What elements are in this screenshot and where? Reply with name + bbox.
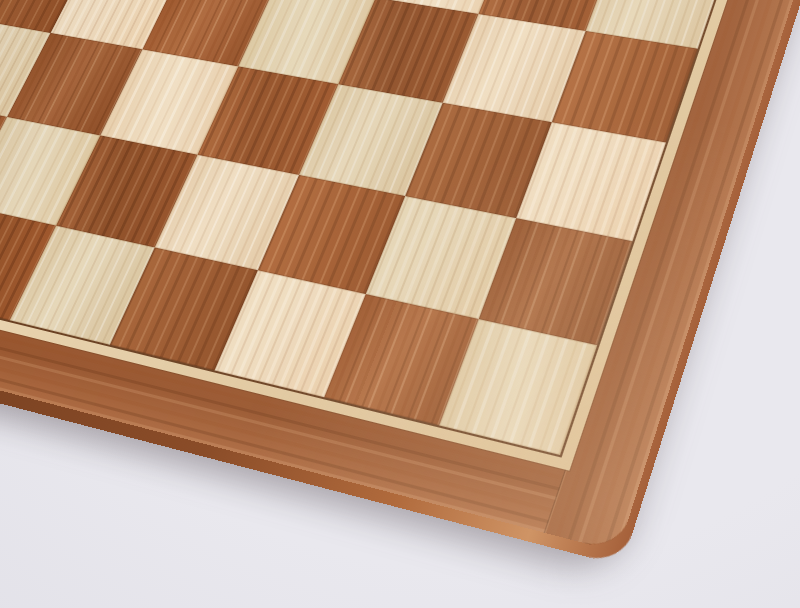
chess-board [0,0,800,552]
photo-background [0,0,800,608]
